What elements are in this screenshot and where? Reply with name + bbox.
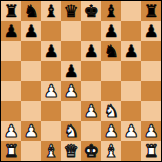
square-b2[interactable]: ♟ (21, 121, 41, 141)
square-e4[interactable] (81, 81, 101, 101)
square-e1[interactable]: ♚ (81, 141, 101, 161)
piece-white-pawn[interactable]: ♟ (143, 121, 158, 141)
square-e2[interactable] (81, 121, 101, 141)
square-g2[interactable]: ♟ (121, 121, 141, 141)
piece-black-pawn[interactable]: ♟ (3, 21, 18, 41)
piece-white-pawn[interactable]: ♟ (3, 121, 18, 141)
square-d7[interactable] (61, 21, 81, 41)
square-g6[interactable]: ♟ (121, 41, 141, 61)
square-b5[interactable] (21, 61, 41, 81)
piece-white-pawn[interactable]: ♟ (123, 121, 138, 141)
square-b3[interactable] (21, 101, 41, 121)
square-b7[interactable]: ♟ (21, 21, 41, 41)
square-d6[interactable] (61, 41, 81, 61)
piece-white-rook[interactable]: ♜ (143, 141, 158, 161)
piece-white-pawn[interactable]: ♟ (83, 101, 98, 121)
piece-white-rook[interactable]: ♜ (3, 141, 18, 161)
piece-black-rook[interactable]: ♜ (3, 1, 18, 21)
piece-black-pawn[interactable]: ♟ (43, 41, 58, 61)
square-e8[interactable]: ♚ (81, 1, 101, 21)
piece-white-pawn[interactable]: ♟ (63, 81, 78, 101)
piece-white-bishop[interactable]: ♝ (43, 141, 58, 161)
piece-black-knight[interactable]: ♞ (23, 1, 38, 21)
chess-board: ♜♞♝♛♚♝♜♟♟♟♟♟♟♞♟♟♟♟♟♞♟♟♞♟♟♟♜♝♛♚♝♜ (0, 0, 162, 162)
square-b1[interactable] (21, 141, 41, 161)
square-g5[interactable] (121, 61, 141, 81)
square-g7[interactable] (121, 21, 141, 41)
square-a4[interactable] (1, 81, 21, 101)
square-h1[interactable]: ♜ (141, 141, 161, 161)
square-a1[interactable]: ♜ (1, 141, 21, 161)
square-h7[interactable]: ♟ (141, 21, 161, 41)
square-c5[interactable] (41, 61, 61, 81)
piece-black-queen[interactable]: ♛ (63, 1, 78, 21)
piece-black-bishop[interactable]: ♝ (103, 1, 118, 21)
square-d3[interactable] (61, 101, 81, 121)
square-a8[interactable]: ♜ (1, 1, 21, 21)
square-h2[interactable]: ♟ (141, 121, 161, 141)
piece-black-pawn[interactable]: ♟ (63, 61, 78, 81)
piece-black-rook[interactable]: ♜ (143, 1, 158, 21)
square-c2[interactable] (41, 121, 61, 141)
piece-black-pawn[interactable]: ♟ (143, 21, 158, 41)
board-grid: ♜♞♝♛♚♝♜♟♟♟♟♟♟♞♟♟♟♟♟♞♟♟♞♟♟♟♜♝♛♚♝♜ (1, 1, 161, 161)
square-h5[interactable] (141, 61, 161, 81)
square-c3[interactable] (41, 101, 61, 121)
square-g8[interactable] (121, 1, 141, 21)
square-g1[interactable] (121, 141, 141, 161)
square-d2[interactable]: ♞ (61, 121, 81, 141)
square-d4[interactable]: ♟ (61, 81, 81, 101)
piece-black-knight[interactable]: ♞ (103, 41, 118, 61)
square-f2[interactable]: ♟ (101, 121, 121, 141)
square-h3[interactable] (141, 101, 161, 121)
piece-white-king[interactable]: ♚ (83, 141, 98, 161)
square-b6[interactable] (21, 41, 41, 61)
square-f8[interactable]: ♝ (101, 1, 121, 21)
square-c1[interactable]: ♝ (41, 141, 61, 161)
square-a2[interactable]: ♟ (1, 121, 21, 141)
square-c8[interactable]: ♝ (41, 1, 61, 21)
square-b4[interactable] (21, 81, 41, 101)
square-h4[interactable] (141, 81, 161, 101)
piece-black-pawn[interactable]: ♟ (23, 21, 38, 41)
piece-white-pawn[interactable]: ♟ (23, 121, 38, 141)
piece-black-king[interactable]: ♚ (83, 1, 98, 21)
square-h6[interactable] (141, 41, 161, 61)
square-d1[interactable]: ♛ (61, 141, 81, 161)
square-a6[interactable] (1, 41, 21, 61)
piece-black-bishop[interactable]: ♝ (43, 1, 58, 21)
square-f7[interactable]: ♟ (101, 21, 121, 41)
square-d8[interactable]: ♛ (61, 1, 81, 21)
square-b8[interactable]: ♞ (21, 1, 41, 21)
piece-white-pawn[interactable]: ♟ (43, 81, 58, 101)
square-g4[interactable] (121, 81, 141, 101)
piece-white-bishop[interactable]: ♝ (103, 141, 118, 161)
square-e7[interactable] (81, 21, 101, 41)
square-c6[interactable]: ♟ (41, 41, 61, 61)
square-h8[interactable]: ♜ (141, 1, 161, 21)
square-e6[interactable]: ♟ (81, 41, 101, 61)
square-f5[interactable] (101, 61, 121, 81)
square-a5[interactable] (1, 61, 21, 81)
piece-black-pawn[interactable]: ♟ (103, 21, 118, 41)
square-a3[interactable] (1, 101, 21, 121)
square-a7[interactable]: ♟ (1, 21, 21, 41)
square-e3[interactable]: ♟ (81, 101, 101, 121)
square-f4[interactable] (101, 81, 121, 101)
square-f6[interactable]: ♞ (101, 41, 121, 61)
piece-white-knight[interactable]: ♞ (63, 121, 78, 141)
square-c4[interactable]: ♟ (41, 81, 61, 101)
square-c7[interactable] (41, 21, 61, 41)
square-f1[interactable]: ♝ (101, 141, 121, 161)
piece-white-pawn[interactable]: ♟ (103, 121, 118, 141)
square-g3[interactable] (121, 101, 141, 121)
piece-black-pawn[interactable]: ♟ (83, 41, 98, 61)
piece-white-queen[interactable]: ♛ (63, 141, 78, 161)
square-d5[interactable]: ♟ (61, 61, 81, 81)
square-f3[interactable]: ♞ (101, 101, 121, 121)
piece-white-knight[interactable]: ♞ (103, 101, 118, 121)
piece-black-pawn[interactable]: ♟ (123, 41, 138, 61)
square-e5[interactable] (81, 61, 101, 81)
